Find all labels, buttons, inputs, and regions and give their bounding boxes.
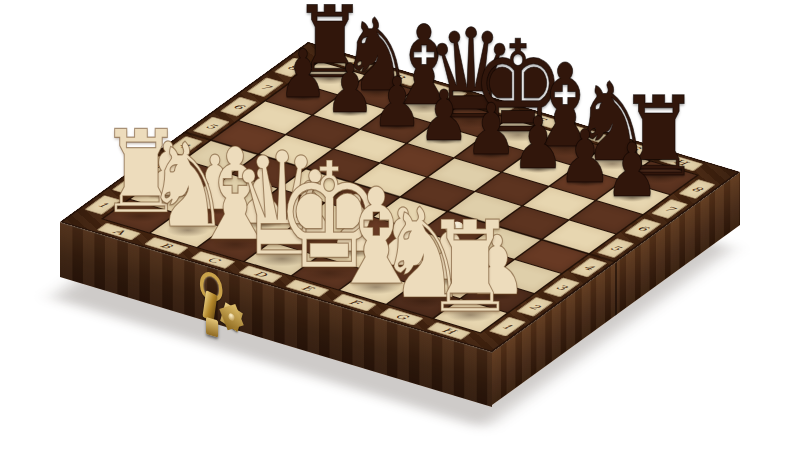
piece-black-pawn[interactable]: ♟ (465, 94, 517, 165)
piece-black-pawn[interactable]: ♟ (325, 55, 375, 123)
piece-black-pawn[interactable]: ♟ (605, 134, 660, 208)
piece-black-pawn[interactable]: ♟ (512, 107, 565, 179)
piece-black-pawn[interactable]: ♟ (372, 68, 423, 137)
piece-black-pawn[interactable]: ♟ (278, 41, 327, 108)
chess-set-photo-scene: AABBCCDDEEFFGGHH1122334455667788 ♜♞♝♛♚♝♞… (0, 0, 787, 473)
piece-black-pawn[interactable]: ♟ (418, 81, 469, 151)
piece-white-rook[interactable]: ♜ (424, 205, 517, 331)
pieces-layer: ♜♞♝♛♚♝♞♜♟♟♟♟♟♟♟♟♟♟♟♟♟♟♟♟♜♞♝♛♚♝♞♜ (0, 0, 787, 473)
